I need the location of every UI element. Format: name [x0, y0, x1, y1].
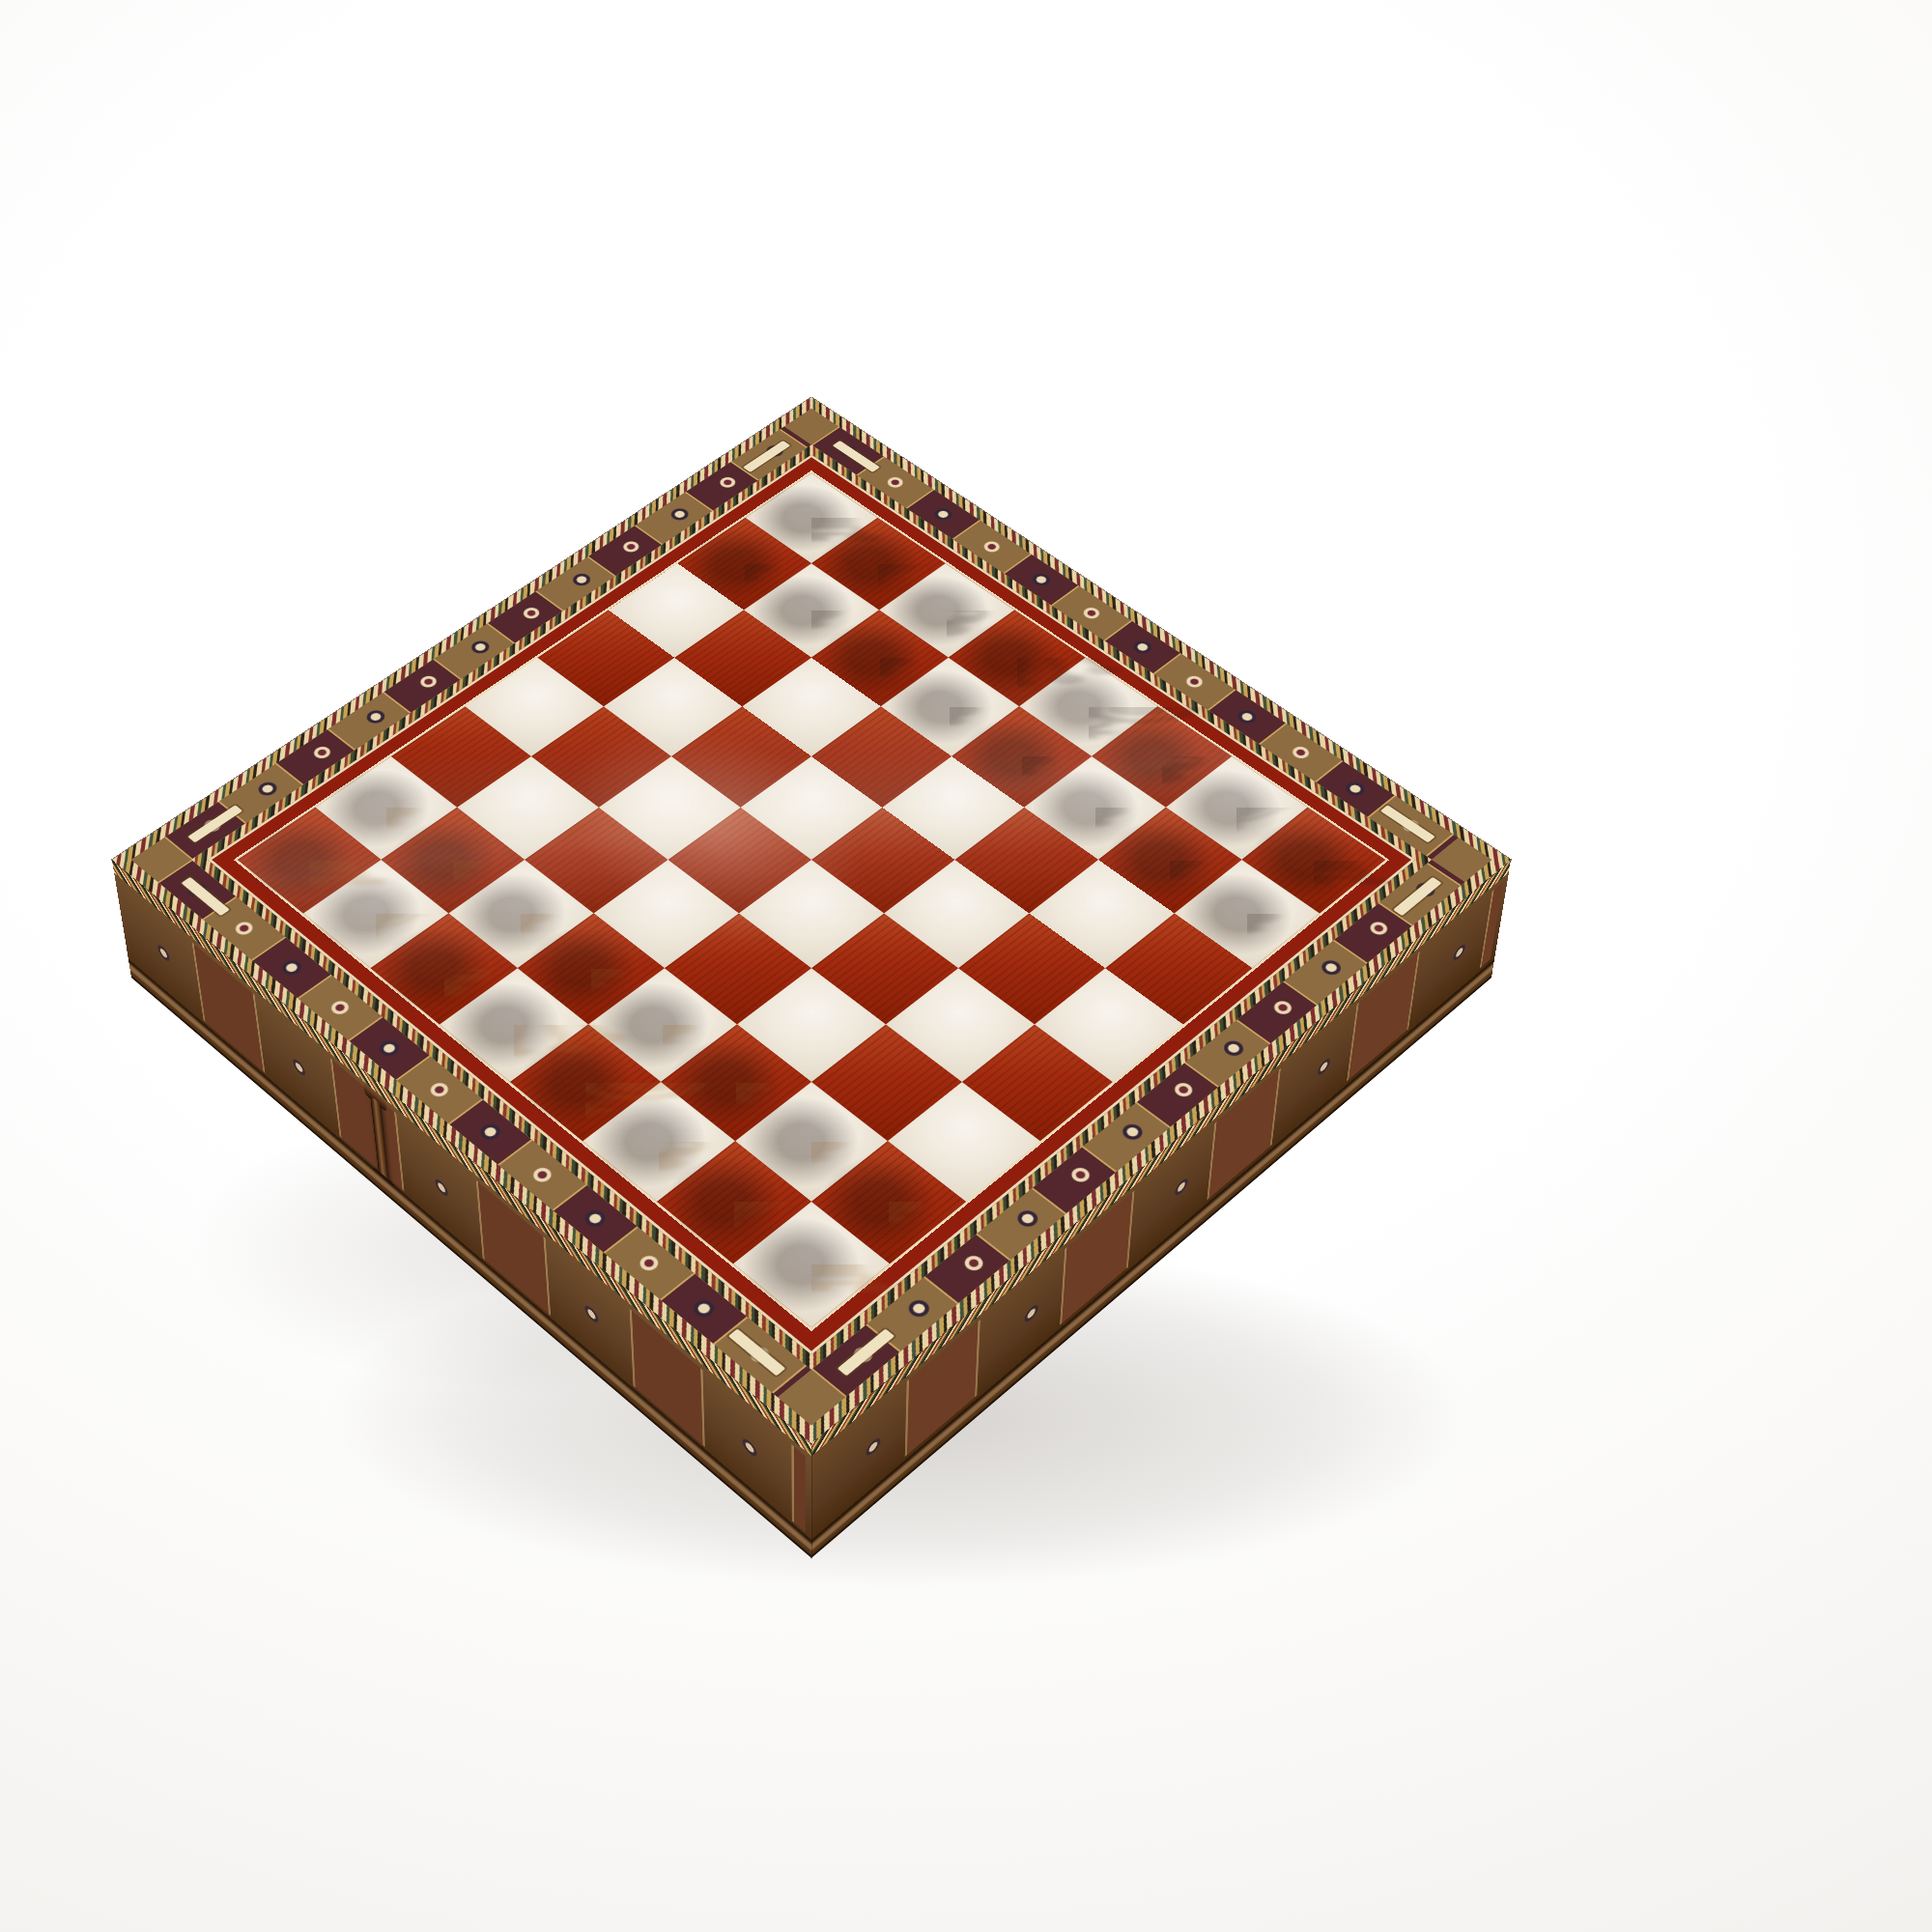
square-g6 — [1029, 860, 1174, 968]
scene-3d: ♜♞♝♛♚♝♞♜♟♟♟♟♟♟♟♟♟♟♟♟♟♟♟♟♜♞♝♛♚♝♞♜ — [0, 0, 1932, 1932]
black-pawn-glyph: ♟ — [1157, 739, 1337, 939]
chess-box: ♜♞♝♛♚♝♞♜♟♟♟♟♟♟♟♟♟♟♟♟♟♟♟♟♜♞♝♛♚♝♞♜ — [112, 397, 1511, 1443]
photo-stage: Handmade mosaic wooden chess box set wit… — [0, 0, 1932, 1932]
handle-bar — [370, 1095, 389, 1184]
chess-board: ♜♞♝♛♚♝♞♜♟♟♟♟♟♟♟♟♟♟♟♟♟♟♟♟♜♞♝♛♚♝♞♜ — [112, 397, 1511, 1443]
white-rook-glyph: ♜ — [683, 1014, 940, 1301]
